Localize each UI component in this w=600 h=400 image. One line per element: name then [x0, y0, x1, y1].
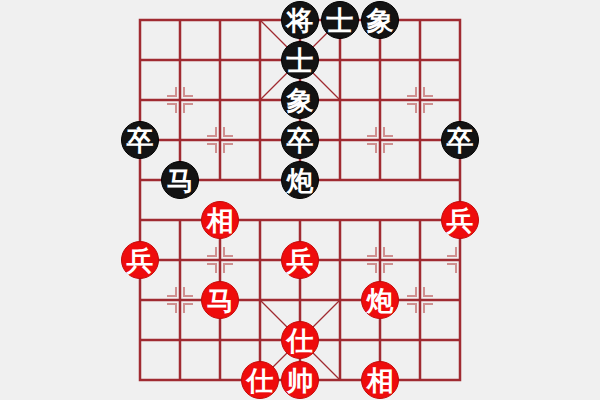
piece-label: 炮	[287, 167, 314, 194]
piece-red-cannon[interactable]: 炮	[361, 281, 399, 319]
piece-red-soldier[interactable]: 兵	[441, 201, 479, 239]
piece-label: 兵	[287, 247, 314, 274]
piece-black-soldier[interactable]: 卒	[441, 121, 479, 159]
piece-label: 马	[207, 287, 234, 314]
piece-label: 象	[367, 7, 394, 34]
piece-label: 马	[167, 167, 194, 194]
piece-black-general[interactable]: 将	[281, 1, 319, 39]
piece-label: 卒	[127, 127, 154, 154]
piece-black-cannon[interactable]: 炮	[281, 161, 319, 199]
pieces-layer: 将士象士象卒卒卒马炮相兵兵兵马炮仕仕帅相	[0, 0, 600, 400]
piece-red-soldier[interactable]: 兵	[281, 241, 319, 279]
piece-black-soldier[interactable]: 卒	[121, 121, 159, 159]
piece-label: 兵	[447, 207, 474, 234]
piece-black-advisor[interactable]: 士	[281, 41, 319, 79]
piece-label: 士	[287, 47, 314, 74]
piece-red-horse[interactable]: 马	[201, 281, 239, 319]
piece-label: 兵	[127, 247, 154, 274]
piece-black-elephant[interactable]: 象	[281, 81, 319, 119]
piece-label: 相	[367, 367, 394, 394]
piece-red-general[interactable]: 帅	[281, 361, 319, 399]
piece-label: 卒	[447, 127, 474, 154]
piece-label: 炮	[367, 287, 394, 314]
piece-label: 相	[207, 207, 234, 234]
piece-red-advisor[interactable]: 仕	[281, 321, 319, 359]
piece-red-advisor[interactable]: 仕	[241, 361, 279, 399]
piece-label: 卒	[287, 127, 314, 154]
piece-label: 士	[327, 7, 354, 34]
piece-black-soldier[interactable]: 卒	[281, 121, 319, 159]
piece-label: 象	[287, 87, 314, 114]
piece-black-elephant[interactable]: 象	[361, 1, 399, 39]
piece-black-advisor[interactable]: 士	[321, 1, 359, 39]
piece-label: 帅	[287, 367, 314, 394]
piece-label: 仕	[287, 327, 314, 354]
piece-label: 仕	[247, 367, 274, 394]
piece-label: 将	[287, 7, 314, 34]
xiangqi-diagram: 将士象士象卒卒卒马炮相兵兵兵马炮仕仕帅相	[0, 0, 600, 400]
piece-red-elephant[interactable]: 相	[201, 201, 239, 239]
piece-red-soldier[interactable]: 兵	[121, 241, 159, 279]
piece-black-horse[interactable]: 马	[161, 161, 199, 199]
piece-red-elephant[interactable]: 相	[361, 361, 399, 399]
